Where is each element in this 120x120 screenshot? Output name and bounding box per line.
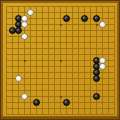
grid-line-horizontal [6,108,114,109]
black-stone[interactable] [93,93,100,100]
black-stone[interactable] [15,27,22,34]
star-point [24,60,26,62]
grid-line-horizontal [6,102,114,103]
black-stone[interactable] [93,75,100,82]
grid-line-vertical [108,6,109,114]
black-stone[interactable] [63,99,70,106]
black-stone[interactable] [93,15,100,22]
white-stone[interactable] [21,33,28,40]
grid-line-horizontal [6,90,114,91]
white-stone[interactable] [15,75,22,82]
white-stone[interactable] [21,21,28,28]
star-point [60,96,62,98]
grid-line-vertical [114,6,115,114]
black-stone[interactable] [63,15,70,22]
grid-line-horizontal [6,114,114,115]
white-stone[interactable] [21,93,28,100]
white-stone[interactable] [99,63,106,70]
black-stone[interactable] [81,15,88,22]
white-stone[interactable] [27,9,34,16]
grid-line-vertical [78,6,79,114]
grid-line-horizontal [6,84,114,85]
grid-line-vertical [72,6,73,114]
star-point [60,24,62,26]
black-stone[interactable] [33,99,40,106]
white-stone[interactable] [99,21,106,28]
star-point [60,60,62,62]
grid-line-vertical [90,6,91,114]
star-point [96,24,98,26]
grid-line-vertical [66,6,67,114]
go-board[interactable] [0,0,120,120]
grid-line-vertical [84,6,85,114]
